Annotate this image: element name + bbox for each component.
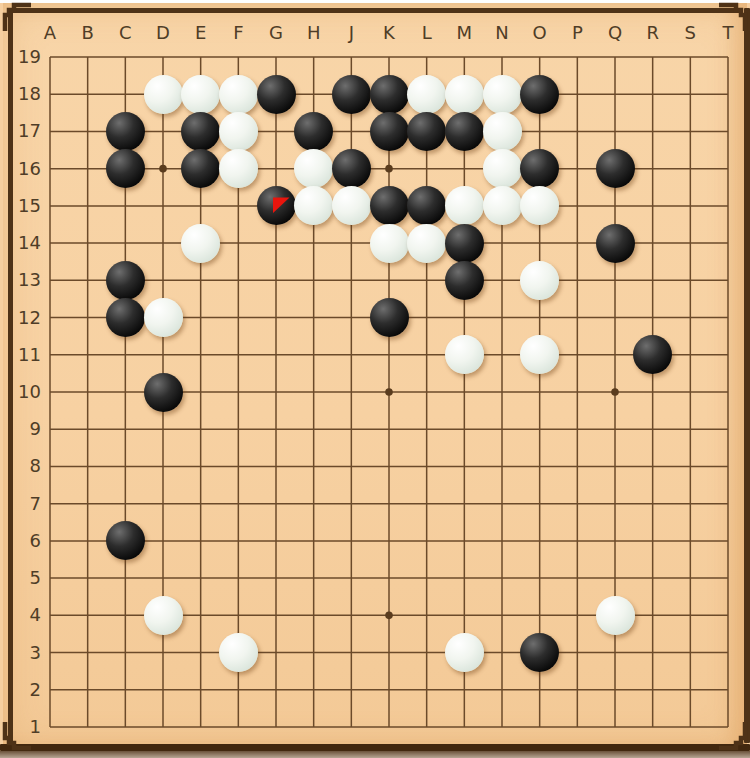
stone-white xyxy=(596,596,635,635)
stone-black xyxy=(257,75,296,114)
go-board[interactable]: ABCDEFGHJKLMNOPQRST 19181716151413121110… xyxy=(0,0,750,758)
stone-black xyxy=(106,149,145,188)
stone-white xyxy=(483,75,522,114)
stone-white xyxy=(407,224,446,263)
stone-black xyxy=(445,261,484,300)
stone-white xyxy=(520,261,559,300)
stone-black xyxy=(144,373,183,412)
stone-black xyxy=(445,112,484,151)
stone-white xyxy=(219,112,258,151)
stone-black xyxy=(106,298,145,337)
star-point xyxy=(385,165,393,173)
stone-white xyxy=(445,633,484,672)
stone-white xyxy=(332,186,371,225)
stone-white xyxy=(219,75,258,114)
stone-black xyxy=(520,633,559,672)
stone-black xyxy=(332,75,371,114)
stone-white xyxy=(445,75,484,114)
star-point xyxy=(385,388,393,396)
stone-white xyxy=(445,335,484,374)
star-point xyxy=(385,612,393,620)
stone-white xyxy=(483,112,522,151)
board-grid xyxy=(0,0,750,758)
stone-black xyxy=(445,224,484,263)
stone-black xyxy=(520,75,559,114)
stone-white xyxy=(370,224,409,263)
star-point xyxy=(611,388,619,396)
stone-black xyxy=(370,298,409,337)
stone-black xyxy=(596,149,635,188)
stone-white xyxy=(144,75,183,114)
stone-black xyxy=(407,112,446,151)
go-board-app: ABCDEFGHJKLMNOPQRST 19181716151413121110… xyxy=(0,0,750,758)
stone-white xyxy=(219,149,258,188)
last-move-marker-icon xyxy=(273,197,290,213)
stone-white xyxy=(144,298,183,337)
stone-white xyxy=(144,596,183,635)
stone-black xyxy=(106,521,145,560)
stone-black xyxy=(257,186,296,225)
stone-black xyxy=(106,261,145,300)
star-point xyxy=(159,165,167,173)
stone-black xyxy=(332,149,371,188)
stone-black xyxy=(596,224,635,263)
stone-black xyxy=(370,112,409,151)
stone-black xyxy=(181,112,220,151)
stone-white xyxy=(181,75,220,114)
stone-white xyxy=(219,633,258,672)
stone-white xyxy=(483,186,522,225)
stone-black xyxy=(370,75,409,114)
stone-white xyxy=(181,224,220,263)
stone-white xyxy=(407,75,446,114)
stone-white xyxy=(483,149,522,188)
stone-black xyxy=(370,186,409,225)
stone-white xyxy=(445,186,484,225)
stone-black xyxy=(106,112,145,151)
stone-black xyxy=(294,112,333,151)
